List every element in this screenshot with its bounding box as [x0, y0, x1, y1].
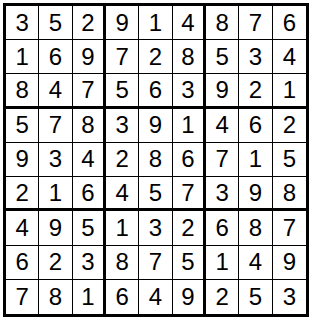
sudoku-cell-r8c3[interactable]: 3: [73, 246, 106, 280]
sudoku-cell-r6c7[interactable]: 3: [206, 177, 239, 211]
sudoku-cell-r8c2[interactable]: 2: [39, 246, 72, 280]
sudoku-board: 3529148761697285348475639215783914629342…: [3, 3, 309, 317]
sudoku-cell-r6c1[interactable]: 2: [6, 177, 39, 211]
sudoku-cell-r4c1[interactable]: 5: [6, 109, 39, 143]
sudoku-cell-r7c7[interactable]: 6: [206, 211, 239, 245]
sudoku-cell-r9c4[interactable]: 6: [106, 280, 139, 314]
sudoku-cell-r3c2[interactable]: 4: [39, 74, 72, 108]
sudoku-cell-r4c3[interactable]: 8: [73, 109, 106, 143]
sudoku-cell-r9c3[interactable]: 1: [73, 280, 106, 314]
sudoku-cell-r7c2[interactable]: 9: [39, 211, 72, 245]
sudoku-cell-r4c2[interactable]: 7: [39, 109, 72, 143]
sudoku-cell-r3c6[interactable]: 3: [173, 74, 206, 108]
sudoku-cell-r5c7[interactable]: 7: [206, 143, 239, 177]
sudoku-cell-r8c6[interactable]: 5: [173, 246, 206, 280]
sudoku-cell-r3c7[interactable]: 9: [206, 74, 239, 108]
sudoku-cell-r4c5[interactable]: 9: [139, 109, 172, 143]
sudoku-cell-r2c6[interactable]: 8: [173, 40, 206, 74]
sudoku-cell-r5c8[interactable]: 1: [239, 143, 272, 177]
sudoku-cell-r1c4[interactable]: 9: [106, 6, 139, 40]
sudoku-page: 3529148761697285348475639215783914629342…: [0, 0, 312, 320]
sudoku-cell-r8c1[interactable]: 6: [6, 246, 39, 280]
sudoku-cell-r6c2[interactable]: 1: [39, 177, 72, 211]
sudoku-cell-r6c4[interactable]: 4: [106, 177, 139, 211]
sudoku-cell-r3c4[interactable]: 5: [106, 74, 139, 108]
sudoku-cell-r6c5[interactable]: 5: [139, 177, 172, 211]
sudoku-cell-r5c4[interactable]: 2: [106, 143, 139, 177]
sudoku-cell-r4c6[interactable]: 1: [173, 109, 206, 143]
sudoku-cell-r2c2[interactable]: 6: [39, 40, 72, 74]
sudoku-cell-r1c7[interactable]: 8: [206, 6, 239, 40]
sudoku-cell-r8c8[interactable]: 4: [239, 246, 272, 280]
sudoku-cell-r7c8[interactable]: 8: [239, 211, 272, 245]
sudoku-cell-r9c8[interactable]: 5: [239, 280, 272, 314]
sudoku-cell-r6c8[interactable]: 9: [239, 177, 272, 211]
sudoku-cell-r9c1[interactable]: 7: [6, 280, 39, 314]
sudoku-cell-r9c2[interactable]: 8: [39, 280, 72, 314]
sudoku-cell-r2c5[interactable]: 2: [139, 40, 172, 74]
sudoku-cell-r4c8[interactable]: 6: [239, 109, 272, 143]
sudoku-cell-r5c2[interactable]: 3: [39, 143, 72, 177]
sudoku-cell-r3c3[interactable]: 7: [73, 74, 106, 108]
sudoku-cell-r1c6[interactable]: 4: [173, 6, 206, 40]
sudoku-cell-r4c4[interactable]: 3: [106, 109, 139, 143]
sudoku-cell-r5c5[interactable]: 8: [139, 143, 172, 177]
sudoku-cell-r1c5[interactable]: 1: [139, 6, 172, 40]
sudoku-cell-r9c9[interactable]: 3: [273, 280, 306, 314]
sudoku-cell-r7c3[interactable]: 5: [73, 211, 106, 245]
sudoku-cell-r4c9[interactable]: 2: [273, 109, 306, 143]
sudoku-cell-r5c9[interactable]: 5: [273, 143, 306, 177]
sudoku-cell-r8c7[interactable]: 1: [206, 246, 239, 280]
sudoku-cell-r2c1[interactable]: 1: [6, 40, 39, 74]
sudoku-cell-r8c5[interactable]: 7: [139, 246, 172, 280]
sudoku-cell-r7c9[interactable]: 7: [273, 211, 306, 245]
sudoku-cell-r6c6[interactable]: 7: [173, 177, 206, 211]
sudoku-cell-r6c9[interactable]: 8: [273, 177, 306, 211]
sudoku-cell-r2c8[interactable]: 3: [239, 40, 272, 74]
sudoku-cell-r8c4[interactable]: 8: [106, 246, 139, 280]
sudoku-cell-r2c9[interactable]: 4: [273, 40, 306, 74]
sudoku-cell-r2c7[interactable]: 5: [206, 40, 239, 74]
sudoku-cell-r3c1[interactable]: 8: [6, 74, 39, 108]
sudoku-cell-r3c5[interactable]: 6: [139, 74, 172, 108]
sudoku-cell-r7c4[interactable]: 1: [106, 211, 139, 245]
sudoku-cell-r1c8[interactable]: 7: [239, 6, 272, 40]
sudoku-cell-r7c1[interactable]: 4: [6, 211, 39, 245]
sudoku-cell-r7c6[interactable]: 2: [173, 211, 206, 245]
sudoku-cell-r9c7[interactable]: 2: [206, 280, 239, 314]
sudoku-cell-r6c3[interactable]: 6: [73, 177, 106, 211]
sudoku-cell-r9c6[interactable]: 9: [173, 280, 206, 314]
sudoku-cell-r1c9[interactable]: 6: [273, 6, 306, 40]
sudoku-cell-r3c9[interactable]: 1: [273, 74, 306, 108]
sudoku-cell-r5c3[interactable]: 4: [73, 143, 106, 177]
sudoku-cell-r1c3[interactable]: 2: [73, 6, 106, 40]
sudoku-cell-r3c8[interactable]: 2: [239, 74, 272, 108]
sudoku-cell-r2c4[interactable]: 7: [106, 40, 139, 74]
sudoku-cell-r1c2[interactable]: 5: [39, 6, 72, 40]
sudoku-cell-r4c7[interactable]: 4: [206, 109, 239, 143]
sudoku-cell-r2c3[interactable]: 9: [73, 40, 106, 74]
sudoku-cell-r9c5[interactable]: 4: [139, 280, 172, 314]
sudoku-cell-r7c5[interactable]: 3: [139, 211, 172, 245]
sudoku-cell-r5c6[interactable]: 6: [173, 143, 206, 177]
sudoku-cell-r8c9[interactable]: 9: [273, 246, 306, 280]
sudoku-cell-r1c1[interactable]: 3: [6, 6, 39, 40]
sudoku-cell-r5c1[interactable]: 9: [6, 143, 39, 177]
